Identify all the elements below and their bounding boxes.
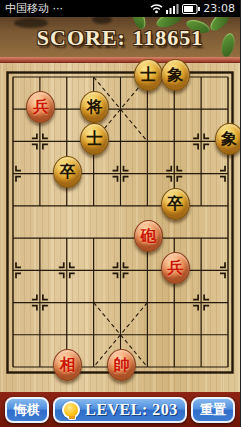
piece-black-advisor-1[interactable]: 士	[134, 59, 163, 91]
signal-strength-icon	[166, 3, 179, 14]
piece-red-soldier-2[interactable]: 兵	[161, 252, 190, 284]
piece-black-advisor-2[interactable]: 士	[80, 123, 109, 155]
piece-red-cannon[interactable]: 砲	[134, 220, 163, 252]
pieces-layer: 士象兵将士象卒卒砲兵相帥	[0, 57, 240, 392]
xiangqi-board[interactable]: 士象兵将士象卒卒砲兵相帥	[0, 57, 240, 392]
status-bar: 中国移动 ··· 23:08	[0, 0, 240, 17]
status-icons: 23:08	[150, 2, 235, 15]
background-blob	[92, 17, 112, 24]
piece-red-general[interactable]: 帥	[107, 349, 136, 381]
score-banner: SCORE: 118651	[0, 17, 240, 57]
level-button[interactable]: LEVEL: 203	[53, 397, 187, 423]
battery-icon	[182, 4, 200, 14]
piece-black-soldier-1[interactable]: 卒	[53, 156, 82, 188]
piece-black-general[interactable]: 将	[80, 91, 109, 123]
score-display: SCORE: 118651	[0, 25, 240, 51]
piece-red-elephant[interactable]: 相	[53, 349, 82, 381]
piece-black-elephant-2[interactable]: 象	[215, 123, 241, 155]
reset-button[interactable]: 重置	[191, 397, 235, 423]
bottom-bar: 悔棋 LEVEL: 203 重置	[0, 392, 240, 427]
carrier-label: 中国移动 ···	[5, 1, 63, 16]
wifi-icon	[150, 3, 163, 14]
phone-screen: 中国移动 ··· 23:08	[0, 0, 240, 427]
level-label: LEVEL: 203	[85, 401, 178, 419]
undo-button[interactable]: 悔棋	[5, 397, 49, 423]
lightbulb-icon	[62, 401, 80, 419]
piece-red-soldier-1[interactable]: 兵	[26, 91, 55, 123]
clock: 23:08	[203, 2, 235, 15]
piece-black-soldier-2[interactable]: 卒	[161, 188, 190, 220]
piece-black-elephant-1[interactable]: 象	[161, 59, 190, 91]
